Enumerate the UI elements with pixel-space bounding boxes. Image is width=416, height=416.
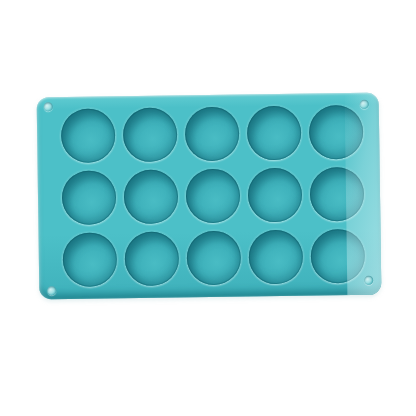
cavity-r2c5 [310,167,365,222]
cavity-r1c2 [123,107,178,162]
corner-hole-top-left [44,102,53,111]
cavity-r2c2 [124,169,179,224]
cavity-r2c3 [186,169,241,224]
cavity-r3c5 [310,229,365,284]
corner-hole-bottom-left [47,286,56,295]
cavity-r1c1 [61,108,116,163]
cavity-r3c2 [124,231,179,286]
corner-hole-bottom-right [364,276,373,285]
cavity-r1c4 [247,106,302,161]
photo-canvas [0,0,416,416]
cavity-grid [37,93,382,300]
cavity-r3c3 [186,231,241,286]
cavity-r2c1 [62,170,117,225]
cavity-r1c3 [185,107,240,162]
corner-hole-top-right [360,100,369,109]
cavity-r3c1 [63,232,118,287]
silicone-mold [37,93,382,300]
cavity-r3c4 [248,230,303,285]
cavity-r1c5 [309,105,364,160]
cavity-r2c4 [248,168,303,223]
